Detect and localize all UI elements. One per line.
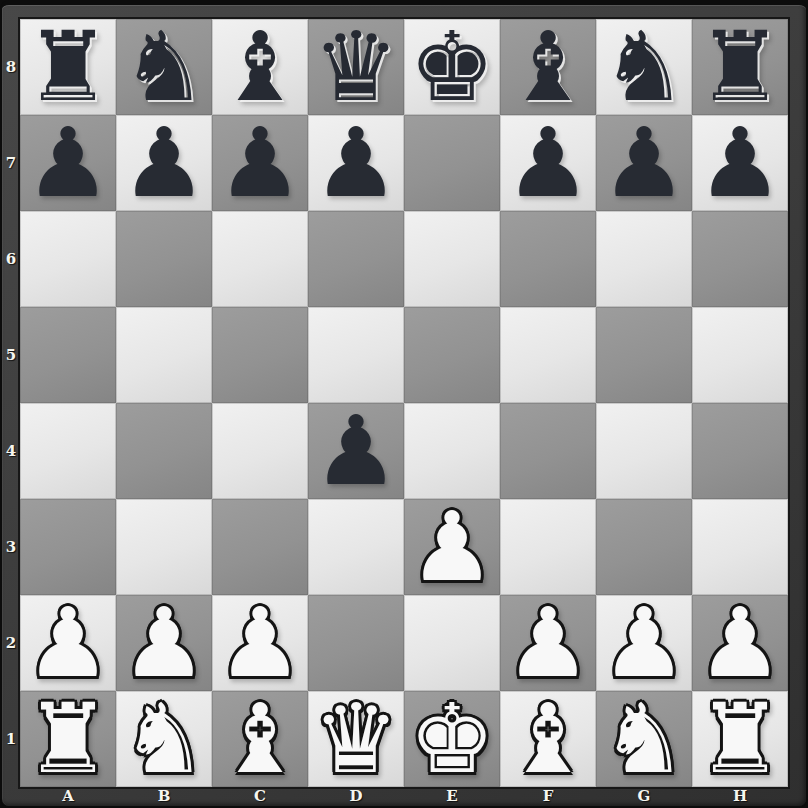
- square-e8[interactable]: ♚: [404, 19, 500, 115]
- square-g1[interactable]: ♞: [596, 691, 692, 787]
- file-label-e: E: [404, 787, 500, 805]
- square-f5[interactable]: [500, 307, 596, 403]
- square-g5[interactable]: [596, 307, 692, 403]
- rank-label-6: 6: [2, 211, 20, 307]
- square-d2[interactable]: [308, 595, 404, 691]
- file-labels: ABCDEFGH: [20, 787, 788, 804]
- file-label-g: G: [596, 787, 692, 805]
- square-e3[interactable]: ♟: [404, 499, 500, 595]
- white-pawn-a2[interactable]: ♟: [25, 595, 111, 691]
- file-label-b: B: [116, 787, 212, 805]
- square-a4[interactable]: [20, 403, 116, 499]
- black-pawn-b7[interactable]: ♟: [121, 115, 207, 211]
- square-g3[interactable]: [596, 499, 692, 595]
- square-h5[interactable]: [692, 307, 788, 403]
- black-knight-b8[interactable]: ♞: [121, 19, 207, 115]
- white-pawn-f2[interactable]: ♟: [505, 595, 591, 691]
- white-pawn-e3[interactable]: ♟: [409, 499, 495, 595]
- square-h6[interactable]: [692, 211, 788, 307]
- chess-board-frame: 87654321 ♜♞♝♛♚♝♞♜♟♟♟♟♟♟♟♟♟♟♟♟♟♟♟♜♞♝♛♚♝♞♜…: [0, 0, 808, 808]
- square-a5[interactable]: [20, 307, 116, 403]
- square-b4[interactable]: [116, 403, 212, 499]
- file-label-c: C: [212, 787, 308, 805]
- black-pawn-a7[interactable]: ♟: [25, 115, 111, 211]
- square-b2[interactable]: ♟: [116, 595, 212, 691]
- square-h7[interactable]: ♟: [692, 115, 788, 211]
- black-queen-d8[interactable]: ♛: [313, 19, 399, 115]
- square-d8[interactable]: ♛: [308, 19, 404, 115]
- board: ♜♞♝♛♚♝♞♜♟♟♟♟♟♟♟♟♟♟♟♟♟♟♟♜♞♝♛♚♝♞♜: [20, 19, 788, 787]
- square-c1[interactable]: ♝: [212, 691, 308, 787]
- black-rook-a8[interactable]: ♜: [25, 19, 111, 115]
- square-d4[interactable]: ♟: [308, 403, 404, 499]
- square-e6[interactable]: [404, 211, 500, 307]
- square-e2[interactable]: [404, 595, 500, 691]
- black-bishop-c8[interactable]: ♝: [217, 19, 303, 115]
- white-bishop-c1[interactable]: ♝: [217, 691, 303, 787]
- square-f2[interactable]: ♟: [500, 595, 596, 691]
- white-pawn-h2[interactable]: ♟: [697, 595, 783, 691]
- black-pawn-g7[interactable]: ♟: [601, 115, 687, 211]
- white-pawn-b2[interactable]: ♟: [121, 595, 207, 691]
- square-g6[interactable]: [596, 211, 692, 307]
- square-e7[interactable]: [404, 115, 500, 211]
- black-knight-g8[interactable]: ♞: [601, 19, 687, 115]
- square-b3[interactable]: [116, 499, 212, 595]
- square-h8[interactable]: ♜: [692, 19, 788, 115]
- square-a8[interactable]: ♜: [20, 19, 116, 115]
- white-pawn-g2[interactable]: ♟: [601, 595, 687, 691]
- rank-label-3: 3: [2, 499, 20, 595]
- square-f4[interactable]: [500, 403, 596, 499]
- square-a2[interactable]: ♟: [20, 595, 116, 691]
- rank-label-8: 8: [2, 19, 20, 115]
- white-queen-d1[interactable]: ♛: [313, 691, 399, 787]
- square-g7[interactable]: ♟: [596, 115, 692, 211]
- black-bishop-f8[interactable]: ♝: [505, 19, 591, 115]
- black-pawn-d7[interactable]: ♟: [313, 115, 399, 211]
- rank-label-1: 1: [2, 691, 20, 787]
- square-d5[interactable]: [308, 307, 404, 403]
- black-pawn-d4[interactable]: ♟: [313, 403, 399, 499]
- black-pawn-h7[interactable]: ♟: [697, 115, 783, 211]
- white-rook-a1[interactable]: ♜: [25, 691, 111, 787]
- square-e1[interactable]: ♚: [404, 691, 500, 787]
- square-f3[interactable]: [500, 499, 596, 595]
- square-a6[interactable]: [20, 211, 116, 307]
- square-d1[interactable]: ♛: [308, 691, 404, 787]
- square-c6[interactable]: [212, 211, 308, 307]
- white-pawn-c2[interactable]: ♟: [217, 595, 303, 691]
- square-h4[interactable]: [692, 403, 788, 499]
- square-c2[interactable]: ♟: [212, 595, 308, 691]
- white-knight-g1[interactable]: ♞: [601, 691, 687, 787]
- square-c5[interactable]: [212, 307, 308, 403]
- square-f7[interactable]: ♟: [500, 115, 596, 211]
- square-c4[interactable]: [212, 403, 308, 499]
- white-bishop-f1[interactable]: ♝: [505, 691, 591, 787]
- square-f6[interactable]: [500, 211, 596, 307]
- file-label-h: H: [692, 787, 788, 805]
- file-label-d: D: [308, 787, 404, 805]
- white-knight-b1[interactable]: ♞: [121, 691, 207, 787]
- rank-label-4: 4: [2, 403, 20, 499]
- square-e4[interactable]: [404, 403, 500, 499]
- rank-labels: 87654321: [2, 19, 20, 787]
- square-c8[interactable]: ♝: [212, 19, 308, 115]
- square-c3[interactable]: [212, 499, 308, 595]
- black-pawn-c7[interactable]: ♟: [217, 115, 303, 211]
- square-a7[interactable]: ♟: [20, 115, 116, 211]
- square-g4[interactable]: [596, 403, 692, 499]
- square-d7[interactable]: ♟: [308, 115, 404, 211]
- square-b7[interactable]: ♟: [116, 115, 212, 211]
- square-d3[interactable]: [308, 499, 404, 595]
- rank-label-5: 5: [2, 307, 20, 403]
- square-b1[interactable]: ♞: [116, 691, 212, 787]
- square-f1[interactable]: ♝: [500, 691, 596, 787]
- square-d6[interactable]: [308, 211, 404, 307]
- square-e5[interactable]: [404, 307, 500, 403]
- white-king-e1[interactable]: ♚: [409, 691, 495, 787]
- file-label-f: F: [500, 787, 596, 805]
- black-rook-h8[interactable]: ♜: [697, 19, 783, 115]
- square-b5[interactable]: [116, 307, 212, 403]
- white-rook-h1[interactable]: ♜: [697, 691, 783, 787]
- square-b6[interactable]: [116, 211, 212, 307]
- black-king-e8[interactable]: ♚: [409, 19, 495, 115]
- file-label-a: A: [20, 787, 116, 805]
- black-pawn-f7[interactable]: ♟: [505, 115, 591, 211]
- square-h1[interactable]: ♜: [692, 691, 788, 787]
- square-c7[interactable]: ♟: [212, 115, 308, 211]
- square-h3[interactable]: [692, 499, 788, 595]
- rank-label-7: 7: [2, 115, 20, 211]
- square-g2[interactable]: ♟: [596, 595, 692, 691]
- square-a3[interactable]: [20, 499, 116, 595]
- square-g8[interactable]: ♞: [596, 19, 692, 115]
- square-f8[interactable]: ♝: [500, 19, 596, 115]
- square-b8[interactable]: ♞: [116, 19, 212, 115]
- square-h2[interactable]: ♟: [692, 595, 788, 691]
- rank-label-2: 2: [2, 595, 20, 691]
- square-a1[interactable]: ♜: [20, 691, 116, 787]
